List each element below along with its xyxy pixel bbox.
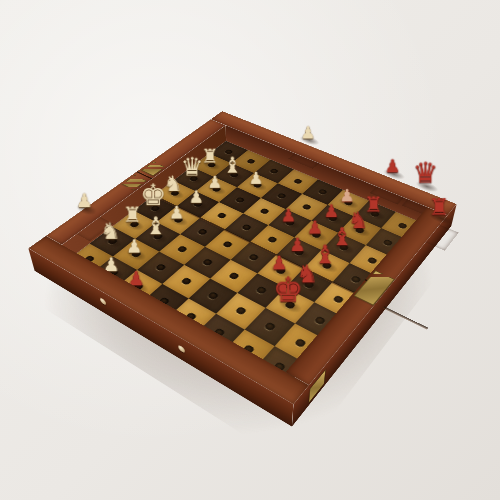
bone-stud: [178, 344, 185, 353]
folding-chess-box: ♜♝♟♛♟♞♟♚♟♜♝♞♟♟♟♜♟♞♟♟♝♟♝♟♞♚♟♟♟♟♛♜: [33, 127, 453, 421]
white-pawn-glyph: ♟: [46, 191, 121, 210]
bone-stud: [100, 297, 107, 306]
chess-box-scene: ♜♝♟♛♟♞♟♚♟♜♝♞♟♟♟♜♟♞♟♟♝♟♝♟♞♚♟♟♟♟♛♜: [33, 127, 453, 421]
red-king-glyph: ♚: [249, 273, 328, 307]
red-queen-glyph: ♛: [389, 159, 462, 187]
photo-background: ♜♝♟♛♟♞♟♚♟♜♝♞♟♟♟♜♟♞♟♟♝♟♝♟♞♚♟♟♟♟♛♜: [0, 0, 500, 500]
white-pawn-glyph: ♟: [275, 125, 342, 142]
piece-red-king-g3[interactable]: ♚: [266, 287, 315, 323]
red-rook-glyph: ♜: [401, 196, 477, 219]
